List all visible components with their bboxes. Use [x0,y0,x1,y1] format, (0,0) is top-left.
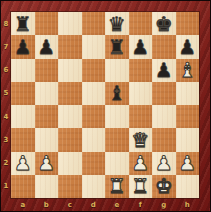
piece-black-rook[interactable]: ♜ [11,12,35,35]
square-f5[interactable] [129,82,153,105]
square-h1[interactable] [176,175,200,198]
square-f8[interactable] [129,12,153,35]
piece-white-rook[interactable]: ♜ [129,175,153,198]
square-e1[interactable]: ♜ [105,175,129,198]
rank-label-2: 2 [1,152,11,175]
square-c8[interactable] [58,12,82,35]
square-c7[interactable] [58,35,82,58]
square-g1[interactable]: ♚ [152,175,176,198]
file-label-g: g [152,198,176,211]
piece-black-pawn[interactable]: ♟ [152,59,176,82]
piece-white-king[interactable]: ♚ [152,175,176,198]
piece-black-rook[interactable]: ♜ [105,35,129,58]
square-h6[interactable]: ♝ [176,59,200,82]
file-label-e: e [105,198,129,211]
rank-label-3: 3 [1,128,11,151]
square-a5[interactable] [11,82,35,105]
square-c3[interactable] [58,128,82,151]
square-g3[interactable] [152,128,176,151]
square-f2[interactable]: ♟ [129,152,153,175]
square-e4[interactable] [105,105,129,128]
square-g6[interactable]: ♟ [152,59,176,82]
chess-board: ♜♛♚♟♟♜♟♟♟♝♝♛♟♟♟♟♟♜♜♚ [11,12,199,198]
square-a3[interactable] [11,128,35,151]
square-a4[interactable] [11,105,35,128]
square-d4[interactable] [82,105,106,128]
square-e3[interactable] [105,128,129,151]
square-b5[interactable] [35,82,59,105]
rank-label-4: 4 [1,105,11,128]
square-e2[interactable] [105,152,129,175]
square-c6[interactable] [58,59,82,82]
piece-black-pawn[interactable]: ♟ [11,35,35,58]
piece-black-queen[interactable]: ♛ [105,12,129,35]
piece-black-pawn[interactable]: ♟ [129,35,153,58]
square-b8[interactable] [35,12,59,35]
piece-white-rook[interactable]: ♜ [105,175,129,198]
file-label-b: b [35,198,59,211]
rank-label-5: 5 [1,82,11,105]
square-d1[interactable] [82,175,106,198]
rank-label-7: 7 [1,35,11,58]
piece-black-king[interactable]: ♚ [152,12,176,35]
square-h5[interactable] [176,82,200,105]
piece-black-pawn[interactable]: ♟ [176,35,200,58]
square-c1[interactable] [58,175,82,198]
piece-white-pawn[interactable]: ♟ [176,152,200,175]
square-g4[interactable] [152,105,176,128]
piece-white-pawn[interactable]: ♟ [129,152,153,175]
square-f7[interactable]: ♟ [129,35,153,58]
piece-black-pawn[interactable]: ♟ [35,35,59,58]
square-g7[interactable] [152,35,176,58]
square-d8[interactable] [82,12,106,35]
piece-white-queen[interactable]: ♛ [129,128,153,151]
square-h8[interactable] [176,12,200,35]
square-e7[interactable]: ♜ [105,35,129,58]
square-b6[interactable] [35,59,59,82]
square-b4[interactable] [35,105,59,128]
square-b2[interactable]: ♟ [35,152,59,175]
square-e6[interactable] [105,59,129,82]
square-f3[interactable]: ♛ [129,128,153,151]
file-label-h: h [176,198,200,211]
square-g2[interactable]: ♟ [152,152,176,175]
square-h3[interactable] [176,128,200,151]
square-a6[interactable] [11,59,35,82]
piece-white-pawn[interactable]: ♟ [152,152,176,175]
square-c4[interactable] [58,105,82,128]
file-label-f: f [129,198,153,211]
square-a7[interactable]: ♟ [11,35,35,58]
square-d3[interactable] [82,128,106,151]
rank-label-1: 1 [1,175,11,198]
piece-white-bishop[interactable]: ♝ [176,59,200,82]
piece-white-pawn[interactable]: ♟ [11,152,35,175]
chess-board-widget: 87654321 abcdefgh ♜♛♚♟♟♜♟♟♟♝♝♛♟♟♟♟♟♜♜♚ [0,0,211,212]
rank-label-8: 8 [1,12,11,35]
square-b3[interactable] [35,128,59,151]
square-f1[interactable]: ♜ [129,175,153,198]
rank-labels: 87654321 [1,12,11,198]
piece-black-bishop[interactable]: ♝ [105,82,129,105]
square-g8[interactable]: ♚ [152,12,176,35]
file-label-c: c [58,198,82,211]
square-g5[interactable] [152,82,176,105]
square-d6[interactable] [82,59,106,82]
square-d5[interactable] [82,82,106,105]
square-f6[interactable] [129,59,153,82]
piece-white-pawn[interactable]: ♟ [35,152,59,175]
square-d2[interactable] [82,152,106,175]
square-a1[interactable] [11,175,35,198]
file-label-d: d [82,198,106,211]
square-d7[interactable] [82,35,106,58]
square-f4[interactable] [129,105,153,128]
square-a8[interactable]: ♜ [11,12,35,35]
square-h2[interactable]: ♟ [176,152,200,175]
square-h7[interactable]: ♟ [176,35,200,58]
file-label-a: a [11,198,35,211]
square-h4[interactable] [176,105,200,128]
rank-label-6: 6 [1,59,11,82]
square-b1[interactable] [35,175,59,198]
square-c2[interactable] [58,152,82,175]
square-e8[interactable]: ♛ [105,12,129,35]
file-labels: abcdefgh [11,198,199,211]
square-c5[interactable] [58,82,82,105]
square-b7[interactable]: ♟ [35,35,59,58]
square-a2[interactable]: ♟ [11,152,35,175]
square-e5[interactable]: ♝ [105,82,129,105]
